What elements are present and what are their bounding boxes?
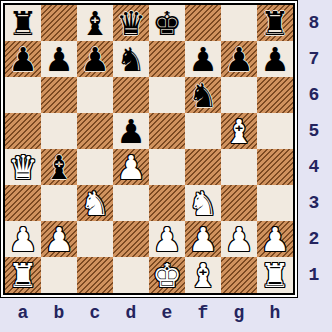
piece-white-bishop[interactable]: ♝ [221, 113, 257, 149]
square-a5[interactable] [5, 113, 41, 149]
square-d5[interactable]: ♟ [113, 113, 149, 149]
rank-label-7: 7 [298, 41, 330, 77]
square-c6[interactable] [77, 77, 113, 113]
piece-white-pawn[interactable]: ♟ [221, 221, 257, 257]
square-d1[interactable] [113, 257, 149, 293]
square-g7[interactable]: ♟ [221, 41, 257, 77]
rank-coordinates: 87654321 [298, 5, 330, 293]
square-h3[interactable] [257, 185, 293, 221]
rank-label-8: 8 [298, 5, 330, 41]
square-g3[interactable] [221, 185, 257, 221]
square-b5[interactable] [41, 113, 77, 149]
piece-black-knight[interactable]: ♞ [113, 41, 149, 77]
board-frame: ♜♝♛♚♜♟♟♟♞♟♟♟♞♟♝♛♝♟♞♞♟♟♟♟♟♟♜♚♝♜ [0, 0, 298, 298]
square-h4[interactable] [257, 149, 293, 185]
square-f6[interactable]: ♞ [185, 77, 221, 113]
square-d8[interactable]: ♛ [113, 5, 149, 41]
file-label-e: e [149, 298, 185, 330]
piece-black-pawn[interactable]: ♟ [5, 41, 41, 77]
square-b6[interactable] [41, 77, 77, 113]
square-c3[interactable]: ♞ [77, 185, 113, 221]
square-d6[interactable] [113, 77, 149, 113]
rank-label-4: 4 [298, 149, 330, 185]
square-c7[interactable]: ♟ [77, 41, 113, 77]
piece-white-pawn[interactable]: ♟ [41, 221, 77, 257]
square-f2[interactable]: ♟ [185, 221, 221, 257]
square-g5[interactable]: ♝ [221, 113, 257, 149]
square-g1[interactable] [221, 257, 257, 293]
piece-white-pawn[interactable]: ♟ [185, 221, 221, 257]
square-f8[interactable] [185, 5, 221, 41]
square-b8[interactable] [41, 5, 77, 41]
piece-white-bishop[interactable]: ♝ [185, 257, 221, 293]
piece-black-knight[interactable]: ♞ [185, 77, 221, 113]
square-a4[interactable]: ♛ [5, 149, 41, 185]
square-c1[interactable] [77, 257, 113, 293]
square-a7[interactable]: ♟ [5, 41, 41, 77]
square-d2[interactable] [113, 221, 149, 257]
piece-white-knight[interactable]: ♞ [77, 185, 113, 221]
file-label-a: a [5, 298, 41, 330]
piece-white-queen[interactable]: ♛ [5, 149, 41, 185]
square-a2[interactable]: ♟ [5, 221, 41, 257]
square-b3[interactable] [41, 185, 77, 221]
piece-black-rook[interactable]: ♜ [5, 5, 41, 41]
square-g6[interactable] [221, 77, 257, 113]
square-h6[interactable] [257, 77, 293, 113]
square-d3[interactable] [113, 185, 149, 221]
piece-white-knight[interactable]: ♞ [185, 185, 221, 221]
square-f4[interactable] [185, 149, 221, 185]
square-a6[interactable] [5, 77, 41, 113]
square-e1[interactable]: ♚ [149, 257, 185, 293]
file-label-c: c [77, 298, 113, 330]
piece-black-bishop[interactable]: ♝ [41, 149, 77, 185]
square-c8[interactable]: ♝ [77, 5, 113, 41]
piece-white-pawn[interactable]: ♟ [113, 149, 149, 185]
file-label-h: h [257, 298, 293, 330]
rank-label-5: 5 [298, 113, 330, 149]
file-label-f: f [185, 298, 221, 330]
square-b7[interactable]: ♟ [41, 41, 77, 77]
square-c4[interactable] [77, 149, 113, 185]
piece-black-pawn[interactable]: ♟ [185, 41, 221, 77]
piece-black-pawn[interactable]: ♟ [41, 41, 77, 77]
chess-board: ♜♝♛♚♜♟♟♟♞♟♟♟♞♟♝♛♝♟♞♞♟♟♟♟♟♟♜♚♝♜ [3, 3, 295, 295]
square-c5[interactable] [77, 113, 113, 149]
file-label-b: b [41, 298, 77, 330]
piece-white-king[interactable]: ♚ [149, 257, 185, 293]
square-e3[interactable] [149, 185, 185, 221]
square-a8[interactable]: ♜ [5, 5, 41, 41]
piece-black-queen[interactable]: ♛ [113, 5, 149, 41]
square-a1[interactable]: ♜ [5, 257, 41, 293]
square-h7[interactable]: ♟ [257, 41, 293, 77]
square-h8[interactable]: ♜ [257, 5, 293, 41]
square-e8[interactable]: ♚ [149, 5, 185, 41]
square-h1[interactable]: ♜ [257, 257, 293, 293]
square-f5[interactable] [185, 113, 221, 149]
square-e5[interactable] [149, 113, 185, 149]
piece-white-rook[interactable]: ♜ [257, 257, 293, 293]
piece-black-pawn[interactable]: ♟ [77, 41, 113, 77]
rank-label-6: 6 [298, 77, 330, 113]
rank-label-3: 3 [298, 185, 330, 221]
piece-black-pawn[interactable]: ♟ [113, 113, 149, 149]
square-f1[interactable]: ♝ [185, 257, 221, 293]
file-label-g: g [221, 298, 257, 330]
square-e2[interactable]: ♟ [149, 221, 185, 257]
square-e6[interactable] [149, 77, 185, 113]
piece-white-pawn[interactable]: ♟ [257, 221, 293, 257]
square-e4[interactable] [149, 149, 185, 185]
square-b2[interactable]: ♟ [41, 221, 77, 257]
square-a3[interactable] [5, 185, 41, 221]
square-g8[interactable] [221, 5, 257, 41]
file-label-d: d [113, 298, 149, 330]
square-h2[interactable]: ♟ [257, 221, 293, 257]
rank-label-1: 1 [298, 257, 330, 293]
square-g4[interactable] [221, 149, 257, 185]
square-g2[interactable]: ♟ [221, 221, 257, 257]
square-f7[interactable]: ♟ [185, 41, 221, 77]
square-b4[interactable]: ♝ [41, 149, 77, 185]
piece-white-pawn[interactable]: ♟ [5, 221, 41, 257]
piece-black-pawn[interactable]: ♟ [257, 41, 293, 77]
piece-black-bishop[interactable]: ♝ [77, 5, 113, 41]
square-b1[interactable] [41, 257, 77, 293]
square-f3[interactable]: ♞ [185, 185, 221, 221]
piece-black-rook[interactable]: ♜ [257, 5, 293, 41]
chessboard-window: ♜♝♛♚♜♟♟♟♞♟♟♟♞♟♝♛♝♟♞♞♟♟♟♟♟♟♜♚♝♜ abcdefgh … [0, 0, 332, 332]
piece-black-pawn[interactable]: ♟ [221, 41, 257, 77]
piece-white-pawn[interactable]: ♟ [149, 221, 185, 257]
piece-white-rook[interactable]: ♜ [5, 257, 41, 293]
square-h5[interactable] [257, 113, 293, 149]
piece-black-king[interactable]: ♚ [149, 5, 185, 41]
square-d7[interactable]: ♞ [113, 41, 149, 77]
square-e7[interactable] [149, 41, 185, 77]
square-d4[interactable]: ♟ [113, 149, 149, 185]
file-coordinates: abcdefgh [5, 298, 293, 330]
square-c2[interactable] [77, 221, 113, 257]
rank-label-2: 2 [298, 221, 330, 257]
